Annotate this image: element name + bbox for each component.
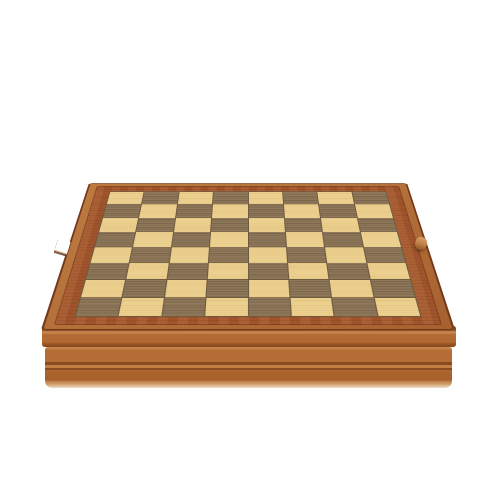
square-d7 [212, 205, 247, 218]
square-b2 [123, 280, 166, 297]
square-f2 [289, 280, 331, 297]
square-b5 [133, 232, 172, 247]
square-c3 [167, 263, 208, 279]
square-e5 [248, 232, 285, 247]
square-c8 [178, 192, 213, 204]
square-b7 [139, 205, 176, 218]
square-a1 [76, 298, 122, 316]
square-g8 [318, 192, 354, 204]
square-e7 [248, 205, 283, 218]
square-d6 [211, 218, 247, 232]
square-g3 [328, 263, 370, 279]
square-a2 [81, 280, 125, 297]
square-b8 [142, 192, 178, 204]
square-e4 [249, 247, 287, 262]
square-b4 [130, 247, 171, 262]
square-d1 [205, 298, 247, 316]
square-h4 [364, 247, 406, 262]
square-e8 [248, 192, 282, 204]
square-d5 [210, 232, 247, 247]
square-g7 [319, 205, 356, 218]
square-g1 [332, 298, 377, 316]
square-c1 [162, 298, 205, 316]
square-e3 [249, 263, 289, 279]
square-e2 [249, 280, 290, 297]
square-f7 [284, 205, 320, 218]
square-f5 [286, 232, 324, 247]
square-h2 [371, 280, 415, 297]
square-c5 [172, 232, 210, 247]
square-d2 [207, 280, 248, 297]
square-h1 [374, 298, 420, 316]
square-g5 [323, 232, 362, 247]
square-g4 [325, 247, 366, 262]
box-base [45, 347, 452, 388]
square-e6 [248, 218, 284, 232]
square-b1 [119, 298, 164, 316]
square-d3 [208, 263, 248, 279]
square-h8 [352, 192, 389, 204]
square-b3 [127, 263, 169, 279]
square-b6 [137, 218, 175, 232]
square-e1 [249, 298, 291, 316]
square-f4 [287, 247, 327, 262]
square-h5 [361, 232, 401, 247]
chess-board-lid [41, 183, 455, 330]
square-h3 [367, 263, 410, 279]
square-c4 [170, 247, 210, 262]
chess-board [75, 191, 422, 316]
square-h6 [358, 218, 397, 232]
square-a7 [103, 205, 141, 218]
square-a6 [99, 218, 138, 232]
square-g6 [321, 218, 359, 232]
square-c7 [176, 205, 212, 218]
square-f1 [290, 298, 333, 316]
square-g2 [330, 280, 373, 297]
square-f6 [285, 218, 322, 232]
square-c2 [165, 280, 207, 297]
square-a3 [86, 263, 129, 279]
square-f3 [288, 263, 329, 279]
square-d4 [209, 247, 247, 262]
square-a5 [95, 232, 135, 247]
square-a8 [107, 192, 144, 204]
square-c6 [174, 218, 211, 232]
square-d8 [213, 192, 247, 204]
square-f8 [283, 192, 318, 204]
square-h7 [355, 205, 393, 218]
square-a4 [91, 247, 133, 262]
chess-box-scene [0, 0, 480, 480]
